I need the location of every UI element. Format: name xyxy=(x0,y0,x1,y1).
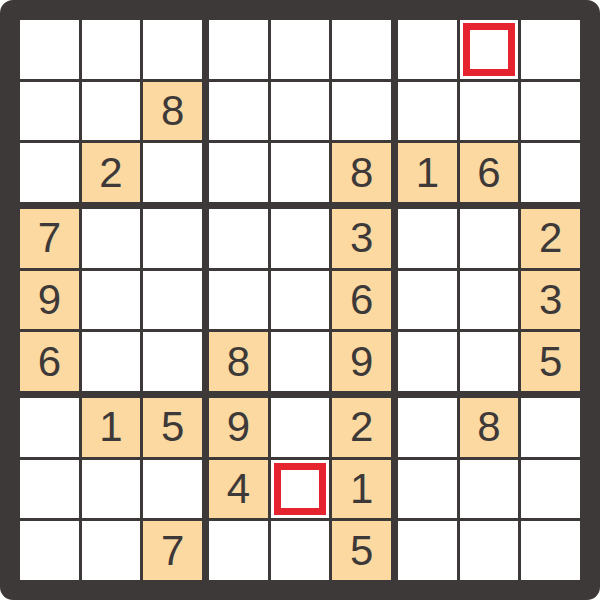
cell-r5c8[interactable] xyxy=(460,271,519,330)
cell-r4c6[interactable]: 3 xyxy=(332,209,391,268)
cell-r1c8[interactable] xyxy=(460,20,519,79)
cell-r8c6[interactable]: 1 xyxy=(332,460,391,519)
given-digit: 3 xyxy=(539,279,562,321)
cell-r2c1[interactable] xyxy=(20,82,79,141)
cell-r7c7[interactable] xyxy=(398,398,457,457)
cell-r9c6[interactable]: 5 xyxy=(332,521,391,580)
given-digit: 6 xyxy=(477,152,500,194)
cell-r2c8[interactable] xyxy=(460,82,519,141)
cell-r2c7[interactable] xyxy=(398,82,457,141)
cell-r3c1[interactable] xyxy=(20,143,79,202)
given-digit: 8 xyxy=(350,152,373,194)
cell-r9c4[interactable] xyxy=(209,521,268,580)
cell-r3c9[interactable] xyxy=(521,143,580,202)
cell-r5c7[interactable] xyxy=(398,271,457,330)
cell-r4c2[interactable] xyxy=(82,209,141,268)
given-digit: 5 xyxy=(539,341,562,383)
given-digit: 9 xyxy=(38,279,61,321)
given-digit: 8 xyxy=(227,341,250,383)
given-digit: 1 xyxy=(416,152,439,194)
cell-r6c7[interactable] xyxy=(398,332,457,391)
cell-r2c2[interactable] xyxy=(82,82,141,141)
cell-r1c7[interactable] xyxy=(398,20,457,79)
cell-r5c1[interactable]: 9 xyxy=(20,271,79,330)
cell-r1c5[interactable] xyxy=(271,20,330,79)
cell-r5c2[interactable] xyxy=(82,271,141,330)
given-digit: 9 xyxy=(227,406,250,448)
given-digit: 6 xyxy=(38,341,61,383)
cell-r6c5[interactable] xyxy=(271,332,330,391)
given-digit: 8 xyxy=(161,90,184,132)
cell-r3c6[interactable]: 8 xyxy=(332,143,391,202)
cell-r3c3[interactable] xyxy=(143,143,202,202)
cell-r9c9[interactable] xyxy=(521,521,580,580)
cell-r9c1[interactable] xyxy=(20,521,79,580)
cell-r5c3[interactable] xyxy=(143,271,202,330)
cell-r4c5[interactable] xyxy=(271,209,330,268)
cell-r2c5[interactable] xyxy=(271,82,330,141)
cell-r8c3[interactable] xyxy=(143,460,202,519)
cell-r4c3[interactable] xyxy=(143,209,202,268)
sudoku-board: 828167329636895159284175 xyxy=(0,0,600,600)
cell-r5c4[interactable] xyxy=(209,271,268,330)
cell-r4c1[interactable]: 7 xyxy=(20,209,79,268)
cell-r8c2[interactable] xyxy=(82,460,141,519)
cell-r3c8[interactable]: 6 xyxy=(460,143,519,202)
cell-r7c6[interactable]: 2 xyxy=(332,398,391,457)
given-digit: 7 xyxy=(38,217,61,259)
cell-r9c3[interactable]: 7 xyxy=(143,521,202,580)
cell-r2c6[interactable] xyxy=(332,82,391,141)
cell-r1c4[interactable] xyxy=(209,20,268,79)
given-digit: 1 xyxy=(99,406,122,448)
cell-r6c8[interactable] xyxy=(460,332,519,391)
given-digit: 1 xyxy=(350,468,373,510)
cell-r8c7[interactable] xyxy=(398,460,457,519)
cell-r7c9[interactable] xyxy=(521,398,580,457)
cell-r3c7[interactable]: 1 xyxy=(398,143,457,202)
cell-r7c3[interactable]: 5 xyxy=(143,398,202,457)
given-digit: 7 xyxy=(161,530,184,572)
cell-r8c9[interactable] xyxy=(521,460,580,519)
cell-r1c2[interactable] xyxy=(82,20,141,79)
given-digit: 8 xyxy=(477,406,500,448)
given-digit: 9 xyxy=(350,341,373,383)
cell-r4c7[interactable] xyxy=(398,209,457,268)
cell-r6c1[interactable]: 6 xyxy=(20,332,79,391)
cell-r1c1[interactable] xyxy=(20,20,79,79)
cell-r1c9[interactable] xyxy=(521,20,580,79)
cell-r5c6[interactable]: 6 xyxy=(332,271,391,330)
cell-r7c5[interactable] xyxy=(271,398,330,457)
given-digit: 2 xyxy=(99,152,122,194)
cell-r7c2[interactable]: 1 xyxy=(82,398,141,457)
cell-r2c3[interactable]: 8 xyxy=(143,82,202,141)
given-digit: 5 xyxy=(161,406,184,448)
given-digit: 6 xyxy=(350,279,373,321)
cell-r7c1[interactable] xyxy=(20,398,79,457)
cell-r1c3[interactable] xyxy=(143,20,202,79)
cell-r4c4[interactable] xyxy=(209,209,268,268)
cell-r9c2[interactable] xyxy=(82,521,141,580)
cell-r4c8[interactable] xyxy=(460,209,519,268)
given-digit: 3 xyxy=(350,217,373,259)
cell-r6c3[interactable] xyxy=(143,332,202,391)
cell-r9c8[interactable] xyxy=(460,521,519,580)
cell-r7c4[interactable]: 9 xyxy=(209,398,268,457)
cell-r8c4[interactable]: 4 xyxy=(209,460,268,519)
given-digit: 5 xyxy=(350,530,373,572)
cell-r2c9[interactable] xyxy=(521,82,580,141)
cell-r9c5[interactable] xyxy=(271,521,330,580)
cell-r6c2[interactable] xyxy=(82,332,141,391)
cell-r3c2[interactable]: 2 xyxy=(82,143,141,202)
cell-r8c1[interactable] xyxy=(20,460,79,519)
cell-r2c4[interactable] xyxy=(209,82,268,141)
given-digit: 2 xyxy=(539,217,562,259)
given-digit: 2 xyxy=(350,406,373,448)
cell-r6c6[interactable]: 9 xyxy=(332,332,391,391)
cell-r9c7[interactable] xyxy=(398,521,457,580)
cell-r3c4[interactable] xyxy=(209,143,268,202)
selection-outline xyxy=(274,463,327,516)
cell-r5c5[interactable] xyxy=(271,271,330,330)
cell-r3c5[interactable] xyxy=(271,143,330,202)
cell-r5c9[interactable]: 3 xyxy=(521,271,580,330)
cell-r6c9[interactable]: 5 xyxy=(521,332,580,391)
given-digit: 4 xyxy=(227,468,250,510)
cell-r8c5[interactable] xyxy=(271,460,330,519)
selection-outline xyxy=(463,23,516,76)
cell-r8c8[interactable] xyxy=(460,460,519,519)
cell-r7c8[interactable]: 8 xyxy=(460,398,519,457)
cell-r1c6[interactable] xyxy=(332,20,391,79)
cell-r6c4[interactable]: 8 xyxy=(209,332,268,391)
cell-r4c9[interactable]: 2 xyxy=(521,209,580,268)
